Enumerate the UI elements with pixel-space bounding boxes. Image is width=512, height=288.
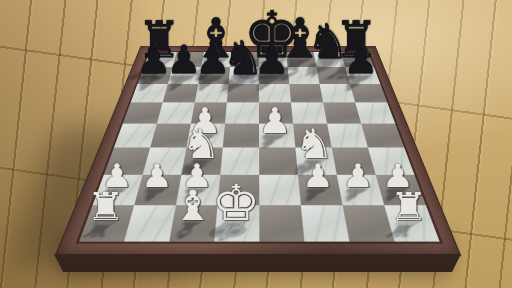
piece-black-pawn-h7[interactable]: ♟: [343, 41, 378, 80]
piece-white-rook-h1[interactable]: ♜: [390, 188, 428, 226]
piece-white-pawn-f2[interactable]: ♟: [302, 160, 333, 192]
square-a4[interactable]: [113, 123, 156, 147]
square-a5[interactable]: [122, 102, 162, 123]
square-f1[interactable]: [300, 205, 349, 241]
piece-white-pawn-g2[interactable]: ♟: [342, 160, 373, 192]
piece-white-pawn-b2[interactable]: ♟: [142, 160, 173, 192]
square-d5[interactable]: [224, 102, 258, 123]
piece-white-pawn-e4[interactable]: ♟: [258, 103, 291, 139]
square-e1[interactable]: [259, 205, 304, 241]
piece-black-pawn-a7[interactable]: ♟: [137, 41, 172, 80]
square-h4[interactable]: [361, 123, 404, 147]
piece-white-king-d1[interactable]: ♚: [212, 179, 261, 228]
piece-white-bishop-c1[interactable]: ♝: [172, 185, 213, 227]
piece-white-rook-a1[interactable]: ♜: [87, 188, 125, 226]
chess-app-screenshot: ♜♜♞♞♝♝♚♚♝♝♜♜♟♟♟♟♞♞♟♟♟♟♟♟♟♟♟♟♞♞♞♞♟♟♟♟♟♟♟♟…: [0, 0, 512, 288]
square-h5[interactable]: [355, 102, 395, 123]
